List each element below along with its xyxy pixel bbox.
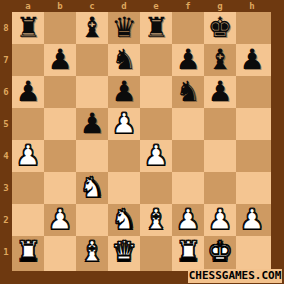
black-bishop-piece[interactable]: ♝	[204, 44, 236, 76]
square-f8[interactable]	[172, 12, 204, 44]
square-e2[interactable]: ♝	[140, 204, 172, 236]
square-g1[interactable]: ♚	[204, 236, 236, 271]
square-f5[interactable]	[172, 108, 204, 140]
square-d2[interactable]: ♞	[108, 204, 140, 236]
square-g7[interactable]: ♝	[204, 44, 236, 76]
file-label-b: b	[44, 0, 76, 12]
square-h7[interactable]: ♟	[236, 44, 271, 76]
square-a8[interactable]: ♜	[12, 12, 44, 44]
square-h2[interactable]: ♟	[236, 204, 271, 236]
square-f7[interactable]: ♟	[172, 44, 204, 76]
white-knight-piece[interactable]: ♞	[108, 204, 140, 236]
square-b1[interactable]	[44, 236, 76, 271]
black-pawn-piece[interactable]: ♟	[44, 44, 76, 76]
square-a2[interactable]	[12, 204, 44, 236]
square-d8[interactable]: ♛	[108, 12, 140, 44]
white-knight-piece[interactable]: ♞	[76, 172, 108, 204]
white-queen-piece[interactable]: ♛	[108, 236, 140, 268]
square-e4[interactable]: ♟	[140, 140, 172, 172]
file-label-f: f	[172, 0, 204, 12]
square-d5[interactable]: ♟	[108, 108, 140, 140]
square-a6[interactable]: ♟	[12, 76, 44, 108]
square-d4[interactable]	[108, 140, 140, 172]
white-pawn-piece[interactable]: ♟	[140, 140, 172, 172]
square-c3[interactable]: ♞	[76, 172, 108, 204]
square-a3[interactable]	[12, 172, 44, 204]
square-c6[interactable]	[76, 76, 108, 108]
rank-label-1: 1	[0, 236, 12, 268]
square-e8[interactable]: ♜	[140, 12, 172, 44]
square-c2[interactable]	[76, 204, 108, 236]
square-g6[interactable]: ♟	[204, 76, 236, 108]
square-c4[interactable]	[76, 140, 108, 172]
square-f4[interactable]	[172, 140, 204, 172]
square-g5[interactable]	[204, 108, 236, 140]
square-h5[interactable]	[236, 108, 271, 140]
square-a4[interactable]: ♟	[12, 140, 44, 172]
square-b8[interactable]	[44, 12, 76, 44]
chess-board: ♜♝♛♜♚♟♞♟♝♟♟♟♞♟♟♟♟♟♞♟♞♝♟♟♟♜♝♛♜♚	[12, 12, 271, 271]
black-knight-piece[interactable]: ♞	[172, 76, 204, 108]
square-f6[interactable]: ♞	[172, 76, 204, 108]
square-e5[interactable]	[140, 108, 172, 140]
white-pawn-piece[interactable]: ♟	[236, 204, 268, 236]
square-d3[interactable]	[108, 172, 140, 204]
square-h6[interactable]	[236, 76, 271, 108]
white-pawn-piece[interactable]: ♟	[12, 140, 44, 172]
black-king-piece[interactable]: ♚	[204, 12, 236, 44]
square-e1[interactable]	[140, 236, 172, 271]
square-a1[interactable]: ♜	[12, 236, 44, 271]
rank-label-7: 7	[0, 44, 12, 76]
square-d6[interactable]: ♟	[108, 76, 140, 108]
square-b3[interactable]	[44, 172, 76, 204]
rank-label-5: 5	[0, 108, 12, 140]
black-pawn-piece[interactable]: ♟	[204, 76, 236, 108]
black-pawn-piece[interactable]: ♟	[12, 76, 44, 108]
square-b6[interactable]	[44, 76, 76, 108]
white-bishop-piece[interactable]: ♝	[140, 204, 172, 236]
black-bishop-piece[interactable]: ♝	[76, 12, 108, 44]
square-g4[interactable]	[204, 140, 236, 172]
white-pawn-piece[interactable]: ♟	[44, 204, 76, 236]
black-rook-piece[interactable]: ♜	[12, 12, 44, 44]
square-g3[interactable]	[204, 172, 236, 204]
square-b4[interactable]	[44, 140, 76, 172]
square-g8[interactable]: ♚	[204, 12, 236, 44]
watermark: CHESSGAMES.COM	[188, 269, 282, 283]
black-pawn-piece[interactable]: ♟	[76, 108, 108, 140]
square-h3[interactable]	[236, 172, 271, 204]
white-king-piece[interactable]: ♚	[204, 236, 236, 268]
square-d7[interactable]: ♞	[108, 44, 140, 76]
square-e3[interactable]	[140, 172, 172, 204]
file-label-h: h	[236, 0, 268, 12]
black-rook-piece[interactable]: ♜	[140, 12, 172, 44]
rank-label-2: 2	[0, 204, 12, 236]
white-bishop-piece[interactable]: ♝	[76, 236, 108, 268]
square-g2[interactable]: ♟	[204, 204, 236, 236]
square-e7[interactable]	[140, 44, 172, 76]
square-c8[interactable]: ♝	[76, 12, 108, 44]
rank-label-8: 8	[0, 12, 12, 44]
black-pawn-piece[interactable]: ♟	[108, 76, 140, 108]
square-h8[interactable]	[236, 12, 271, 44]
chess-board-frame: abcdefgh 87654321 ♜♝♛♜♚♟♞♟♝♟♟♟♞♟♟♟♟♟♞♟♞♝…	[0, 0, 284, 284]
rank-label-4: 4	[0, 140, 12, 172]
square-e6[interactable]	[140, 76, 172, 108]
black-knight-piece[interactable]: ♞	[108, 44, 140, 76]
rank-label-6: 6	[0, 76, 12, 108]
square-f3[interactable]	[172, 172, 204, 204]
square-b2[interactable]: ♟	[44, 204, 76, 236]
square-a7[interactable]	[12, 44, 44, 76]
square-f1[interactable]: ♜	[172, 236, 204, 271]
black-queen-piece[interactable]: ♛	[108, 12, 140, 44]
square-a5[interactable]	[12, 108, 44, 140]
white-rook-piece[interactable]: ♜	[172, 236, 204, 268]
square-f2[interactable]: ♟	[172, 204, 204, 236]
white-pawn-piece[interactable]: ♟	[108, 108, 140, 140]
rank-label-3: 3	[0, 172, 12, 204]
square-c1[interactable]: ♝	[76, 236, 108, 271]
square-b5[interactable]	[44, 108, 76, 140]
square-c5[interactable]: ♟	[76, 108, 108, 140]
black-pawn-piece[interactable]: ♟	[172, 44, 204, 76]
square-b7[interactable]: ♟	[44, 44, 76, 76]
white-pawn-piece[interactable]: ♟	[204, 204, 236, 236]
white-pawn-piece[interactable]: ♟	[172, 204, 204, 236]
black-pawn-piece[interactable]: ♟	[236, 44, 268, 76]
white-rook-piece[interactable]: ♜	[12, 236, 44, 268]
square-d1[interactable]: ♛	[108, 236, 140, 271]
square-h1[interactable]	[236, 236, 271, 271]
square-c7[interactable]	[76, 44, 108, 76]
square-h4[interactable]	[236, 140, 271, 172]
